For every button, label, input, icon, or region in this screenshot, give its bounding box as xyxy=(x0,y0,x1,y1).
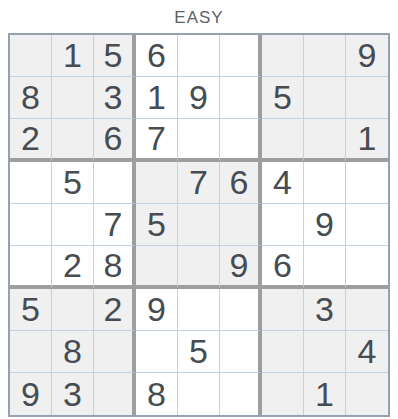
cell-r1c1[interactable] xyxy=(10,35,52,77)
cell-r5c4[interactable]: 5 xyxy=(136,204,178,246)
cell-r5c8[interactable]: 9 xyxy=(304,204,346,246)
cell-r5c7[interactable] xyxy=(262,204,304,246)
cell-r1c5[interactable] xyxy=(178,35,220,77)
cell-r6c8[interactable] xyxy=(304,246,346,289)
difficulty-label: EASY xyxy=(0,7,398,28)
cell-r5c5[interactable] xyxy=(178,204,220,246)
cell-r5c6[interactable] xyxy=(220,204,262,246)
cell-r9c5[interactable] xyxy=(178,373,220,415)
cell-r2c7[interactable]: 5 xyxy=(262,77,304,119)
cell-r1c9[interactable]: 9 xyxy=(346,35,388,77)
cell-r1c2[interactable]: 1 xyxy=(52,35,94,77)
cell-r7c2[interactable] xyxy=(52,289,94,331)
cell-r2c3[interactable]: 3 xyxy=(94,77,136,119)
cell-r6c4[interactable] xyxy=(136,246,178,289)
cell-r4c2[interactable]: 5 xyxy=(52,162,94,204)
cell-r8c8[interactable] xyxy=(304,331,346,373)
cell-r4c5[interactable]: 7 xyxy=(178,162,220,204)
cell-r3c4[interactable]: 7 xyxy=(136,119,178,162)
cell-r8c7[interactable] xyxy=(262,331,304,373)
cell-r3c6[interactable] xyxy=(220,119,262,162)
cell-r7c5[interactable] xyxy=(178,289,220,331)
cell-r3c5[interactable] xyxy=(178,119,220,162)
cell-r2c2[interactable] xyxy=(52,77,94,119)
cell-r1c7[interactable] xyxy=(262,35,304,77)
cell-r3c9[interactable]: 1 xyxy=(346,119,388,162)
cell-r6c5[interactable] xyxy=(178,246,220,289)
cell-r6c3[interactable]: 8 xyxy=(94,246,136,289)
cell-r4c3[interactable] xyxy=(94,162,136,204)
cell-r3c1[interactable]: 2 xyxy=(10,119,52,162)
cell-r7c9[interactable] xyxy=(346,289,388,331)
cell-r9c4[interactable]: 8 xyxy=(136,373,178,415)
cell-r3c2[interactable] xyxy=(52,119,94,162)
cell-r3c7[interactable] xyxy=(262,119,304,162)
cell-r9c7[interactable] xyxy=(262,373,304,415)
cell-r1c4[interactable]: 6 xyxy=(136,35,178,77)
cell-r4c8[interactable] xyxy=(304,162,346,204)
cell-r8c1[interactable] xyxy=(10,331,52,373)
cell-r4c7[interactable]: 4 xyxy=(262,162,304,204)
cell-r5c3[interactable]: 7 xyxy=(94,204,136,246)
cell-r2c4[interactable]: 1 xyxy=(136,77,178,119)
cell-r5c1[interactable] xyxy=(10,204,52,246)
cell-r3c3[interactable]: 6 xyxy=(94,119,136,162)
cell-r4c4[interactable] xyxy=(136,162,178,204)
cell-r8c5[interactable]: 5 xyxy=(178,331,220,373)
cell-r8c6[interactable] xyxy=(220,331,262,373)
cell-r6c6[interactable]: 9 xyxy=(220,246,262,289)
cell-r8c4[interactable] xyxy=(136,331,178,373)
cell-r1c6[interactable] xyxy=(220,35,262,77)
cell-r1c3[interactable]: 5 xyxy=(94,35,136,77)
cell-r6c2[interactable]: 2 xyxy=(52,246,94,289)
cell-r9c6[interactable] xyxy=(220,373,262,415)
cell-r2c5[interactable]: 9 xyxy=(178,77,220,119)
sudoku-page: EASY 15698319526715764759289652938549381 xyxy=(0,0,398,419)
cell-r7c1[interactable]: 5 xyxy=(10,289,52,331)
cell-r7c4[interactable]: 9 xyxy=(136,289,178,331)
cell-r8c2[interactable]: 8 xyxy=(52,331,94,373)
cell-r4c6[interactable]: 6 xyxy=(220,162,262,204)
cell-r9c9[interactable] xyxy=(346,373,388,415)
cell-r4c1[interactable] xyxy=(10,162,52,204)
cell-r9c2[interactable]: 3 xyxy=(52,373,94,415)
cell-r7c7[interactable] xyxy=(262,289,304,331)
cell-r2c1[interactable]: 8 xyxy=(10,77,52,119)
sudoku-board: 15698319526715764759289652938549381 xyxy=(8,33,390,417)
cell-r9c1[interactable]: 9 xyxy=(10,373,52,415)
cell-r9c8[interactable]: 1 xyxy=(304,373,346,415)
cell-r2c9[interactable] xyxy=(346,77,388,119)
cell-r7c8[interactable]: 3 xyxy=(304,289,346,331)
cell-r3c8[interactable] xyxy=(304,119,346,162)
cell-r6c7[interactable]: 6 xyxy=(262,246,304,289)
cell-r7c6[interactable] xyxy=(220,289,262,331)
cell-r5c2[interactable] xyxy=(52,204,94,246)
cell-r4c9[interactable] xyxy=(346,162,388,204)
cell-r1c8[interactable] xyxy=(304,35,346,77)
cell-r6c9[interactable] xyxy=(346,246,388,289)
cell-r9c3[interactable] xyxy=(94,373,136,415)
cell-r6c1[interactable] xyxy=(10,246,52,289)
cell-r7c3[interactable]: 2 xyxy=(94,289,136,331)
cell-r8c9[interactable]: 4 xyxy=(346,331,388,373)
cell-r8c3[interactable] xyxy=(94,331,136,373)
cell-r2c6[interactable] xyxy=(220,77,262,119)
cell-r5c9[interactable] xyxy=(346,204,388,246)
cell-r2c8[interactable] xyxy=(304,77,346,119)
